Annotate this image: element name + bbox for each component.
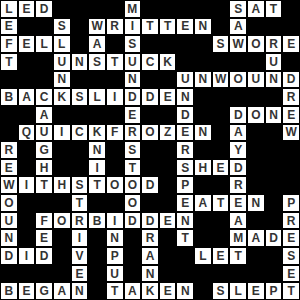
letter-cell-r3c4[interactable]: N (71, 53, 89, 71)
black-cell-r15c10 (176, 265, 194, 283)
letter-cell-r13c14[interactable]: A (247, 229, 265, 247)
letter-cell-r2c3[interactable]: L (53, 35, 71, 53)
letter-cell-r1c0[interactable]: E (0, 18, 18, 36)
black-cell-r9c8 (141, 159, 159, 177)
letter-cell-r16c4[interactable]: N (71, 282, 89, 300)
black-cell-r8c8 (141, 141, 159, 159)
letter-cell-r9c2[interactable]: H (35, 159, 53, 177)
black-cell-r15c14 (247, 265, 265, 283)
letter-cell-r10c7[interactable]: O (124, 176, 142, 194)
letter-cell-r6c16[interactable]: E (282, 106, 300, 124)
letter-cell-r10c5[interactable]: T (88, 176, 106, 194)
letter-cell-r5c10[interactable]: N (176, 88, 194, 106)
letter-cell-r5c6[interactable]: I (106, 88, 124, 106)
letter-cell-r5c7[interactable]: D (124, 88, 142, 106)
letter-cell-r6c13[interactable]: D (229, 106, 247, 124)
black-cell-r5c13 (229, 88, 247, 106)
letter-cell-r2c1[interactable]: E (18, 35, 36, 53)
letter-cell-r0c1[interactable]: E (18, 0, 36, 18)
black-cell-r15c2 (35, 265, 53, 283)
letter-cell-r11c11[interactable]: A (194, 194, 212, 212)
black-cell-r1c14 (247, 18, 265, 36)
letter-cell-r5c4[interactable]: S (71, 88, 89, 106)
letter-cell-r4c7[interactable]: N (124, 71, 142, 89)
black-cell-r0c12 (212, 0, 230, 18)
letter-cell-r16c1[interactable]: E (18, 282, 36, 300)
black-cell-r0c10 (176, 0, 194, 18)
letter-cell-r6c7[interactable]: E (124, 106, 142, 124)
letter-cell-r2c12[interactable]: S (212, 35, 230, 53)
black-cell-r14c14 (247, 247, 265, 265)
letter-cell-r6c15[interactable]: N (265, 106, 283, 124)
letter-cell-r16c3[interactable]: A (53, 282, 71, 300)
letter-cell-r1c5[interactable]: W (88, 18, 106, 36)
letter-cell-r0c13[interactable]: S (229, 0, 247, 18)
black-cell-r11c2 (35, 194, 53, 212)
letter-cell-r11c4[interactable]: T (71, 194, 89, 212)
letter-cell-r14c11[interactable]: L (194, 247, 212, 265)
letter-cell-r5c16[interactable]: R (282, 88, 300, 106)
letter-cell-r10c2[interactable]: T (35, 176, 53, 194)
black-cell-r4c4 (71, 71, 89, 89)
letter-cell-r2c7[interactable]: S (124, 35, 142, 53)
letter-cell-r7c7[interactable]: R (124, 124, 142, 142)
letter-cell-r5c1[interactable]: A (18, 88, 36, 106)
black-cell-r0c6 (106, 0, 124, 18)
letter-cell-r12c0[interactable]: U (0, 212, 18, 230)
letter-cell-r0c15[interactable]: T (265, 0, 283, 18)
black-cell-r11c5 (88, 194, 106, 212)
letter-cell-r8c13[interactable]: Y (229, 141, 247, 159)
letter-cell-r3c9[interactable]: K (159, 53, 177, 71)
letter-cell-r9c10[interactable]: S (176, 159, 194, 177)
black-cell-r11c8 (141, 194, 159, 212)
black-cell-r16c11 (194, 282, 212, 300)
black-cell-r8c12 (212, 141, 230, 159)
letter-cell-r8c5[interactable]: N (88, 141, 106, 159)
letter-cell-r2c0[interactable]: F (0, 35, 18, 53)
black-cell-r13c9 (159, 229, 177, 247)
black-cell-r6c0 (0, 106, 18, 124)
letter-cell-r2c15[interactable]: R (265, 35, 283, 53)
black-cell-r8c6 (106, 141, 124, 159)
black-cell-r2c10 (176, 35, 194, 53)
letter-cell-r5c9[interactable]: E (159, 88, 177, 106)
letter-cell-r16c10[interactable]: N (176, 282, 194, 300)
black-cell-r6c3 (53, 106, 71, 124)
black-cell-r7c12 (212, 124, 230, 142)
letter-cell-r12c4[interactable]: R (71, 212, 89, 230)
black-cell-r7c14 (247, 124, 265, 142)
letter-cell-r1c7[interactable]: I (124, 18, 142, 36)
letter-cell-r12c2[interactable]: F (35, 212, 53, 230)
letter-cell-r11c7[interactable]: O (124, 194, 142, 212)
letter-cell-r16c15[interactable]: P (265, 282, 283, 300)
black-cell-r13c1 (18, 229, 36, 247)
letter-cell-r1c8[interactable]: T (141, 18, 159, 36)
letter-cell-r4c14[interactable]: U (247, 71, 265, 89)
letter-cell-r4c16[interactable]: D (282, 71, 300, 89)
black-cell-r12c15 (265, 212, 283, 230)
black-cell-r5c12 (212, 88, 230, 106)
black-cell-r16c5 (88, 282, 106, 300)
black-cell-r3c2 (35, 53, 53, 71)
black-cell-r1c12 (212, 18, 230, 36)
letter-cell-r6c10[interactable]: D (176, 106, 194, 124)
black-cell-r3c16 (282, 53, 300, 71)
letter-cell-r11c0[interactable]: O (0, 194, 18, 212)
black-cell-r9c16 (282, 159, 300, 177)
letter-cell-r14c0[interactable]: D (0, 247, 18, 265)
black-cell-r3c13 (229, 53, 247, 71)
black-cell-r9c3 (53, 159, 71, 177)
letter-cell-r12c8[interactable]: D (141, 212, 159, 230)
letter-cell-r13c2[interactable]: E (35, 229, 53, 247)
letter-cell-r0c7[interactable]: M (124, 0, 142, 18)
letter-cell-r14c1[interactable]: I (18, 247, 36, 265)
letter-cell-r7c16[interactable]: W (282, 124, 300, 142)
letter-cell-r16c0[interactable]: B (0, 282, 18, 300)
letter-cell-r3c5[interactable]: S (88, 53, 106, 71)
letter-cell-r12c16[interactable]: R (282, 212, 300, 230)
black-cell-r4c0 (0, 71, 18, 89)
letter-cell-r14c16[interactable]: S (282, 247, 300, 265)
black-cell-r13c7 (124, 229, 142, 247)
black-cell-r8c3 (53, 141, 71, 159)
letter-cell-r16c13[interactable]: L (229, 282, 247, 300)
letter-cell-r9c5[interactable]: I (88, 159, 106, 177)
black-cell-r14c10 (176, 247, 194, 265)
letter-cell-r12c3[interactable]: O (53, 212, 71, 230)
black-cell-r9c1 (18, 159, 36, 177)
black-cell-r15c9 (159, 265, 177, 283)
black-cell-r8c11 (194, 141, 212, 159)
black-cell-r15c7 (124, 265, 142, 283)
letter-cell-r2c13[interactable]: W (229, 35, 247, 53)
black-cell-r3c14 (247, 53, 265, 71)
letter-cell-r0c14[interactable]: A (247, 0, 265, 18)
black-cell-r10c16 (282, 176, 300, 194)
letter-cell-r14c13[interactable]: T (229, 247, 247, 265)
black-cell-r14c5 (88, 247, 106, 265)
black-cell-r14c9 (159, 247, 177, 265)
letter-cell-r11c16[interactable]: P (282, 194, 300, 212)
letter-cell-r16c7[interactable]: A (124, 282, 142, 300)
letter-cell-r7c13[interactable]: A (229, 124, 247, 142)
letter-cell-r4c10[interactable]: U (176, 71, 194, 89)
black-cell-r12c12 (212, 212, 230, 230)
letter-cell-r4c15[interactable]: N (265, 71, 283, 89)
letter-cell-r3c6[interactable]: T (106, 53, 124, 71)
black-cell-r13c5 (88, 229, 106, 247)
black-cell-r10c9 (159, 176, 177, 194)
black-cell-r6c11 (194, 106, 212, 124)
black-cell-r10c12 (212, 176, 230, 194)
letter-cell-r9c0[interactable]: E (0, 159, 18, 177)
black-cell-r15c12 (212, 265, 230, 283)
crossword-grid: LEDMSATESWRITTENAFELLASSWORETUNSTUCKUNNU… (0, 0, 300, 300)
black-cell-r4c5 (88, 71, 106, 89)
letter-cell-r13c6[interactable]: N (106, 229, 124, 247)
letter-cell-r5c2[interactable]: C (35, 88, 53, 106)
letter-cell-r2c16[interactable]: E (282, 35, 300, 53)
black-cell-r0c9 (159, 0, 177, 18)
letter-cell-r11c14[interactable]: N (247, 194, 265, 212)
black-cell-r12c1 (18, 212, 36, 230)
black-cell-r0c5 (88, 0, 106, 18)
black-cell-r6c4 (71, 106, 89, 124)
black-cell-r2c9 (159, 35, 177, 53)
letter-cell-r11c12[interactable]: T (212, 194, 230, 212)
black-cell-r9c6 (106, 159, 124, 177)
letter-cell-r2c14[interactable]: O (247, 35, 265, 53)
letter-cell-r14c2[interactable]: D (35, 247, 53, 265)
black-cell-r4c1 (18, 71, 36, 89)
black-cell-r4c2 (35, 71, 53, 89)
letter-cell-r15c4[interactable]: E (71, 265, 89, 283)
black-cell-r0c11 (194, 0, 212, 18)
black-cell-r9c14 (247, 159, 265, 177)
black-cell-r15c13 (229, 265, 247, 283)
black-cell-r5c11 (194, 88, 212, 106)
black-cell-r3c11 (194, 53, 212, 71)
letter-cell-r4c12[interactable]: W (212, 71, 230, 89)
black-cell-r9c9 (159, 159, 177, 177)
letter-cell-r5c8[interactable]: D (141, 88, 159, 106)
letter-cell-r8c0[interactable]: R (0, 141, 18, 159)
letter-cell-r9c7[interactable]: T (124, 159, 142, 177)
black-cell-r15c3 (53, 265, 71, 283)
letter-cell-r6c14[interactable]: O (247, 106, 265, 124)
letter-cell-r16c6[interactable]: T (106, 282, 124, 300)
black-cell-r8c4 (71, 141, 89, 159)
letter-cell-r3c8[interactable]: C (141, 53, 159, 71)
black-cell-r9c15 (265, 159, 283, 177)
letter-cell-r10c13[interactable]: R (229, 176, 247, 194)
letter-cell-r10c1[interactable]: I (18, 176, 36, 194)
letter-cell-r15c8[interactable]: N (141, 265, 159, 283)
letter-cell-r12c9[interactable]: E (159, 212, 177, 230)
black-cell-r10c15 (265, 176, 283, 194)
letter-cell-r1c9[interactable]: T (159, 18, 177, 36)
letter-cell-r3c0[interactable]: T (0, 53, 18, 71)
black-cell-r0c3 (53, 0, 71, 18)
black-cell-r11c3 (53, 194, 71, 212)
letter-cell-r9c13[interactable]: D (229, 159, 247, 177)
black-cell-r0c8 (141, 0, 159, 18)
letter-cell-r4c3[interactable]: N (53, 71, 71, 89)
letter-cell-r8c2[interactable]: G (35, 141, 53, 159)
letter-cell-r6c2[interactable]: A (35, 106, 53, 124)
letter-cell-r5c5[interactable]: L (88, 88, 106, 106)
black-cell-r7c0 (0, 124, 18, 142)
black-cell-r11c15 (265, 194, 283, 212)
black-cell-r11c9 (159, 194, 177, 212)
letter-cell-r3c15[interactable]: U (265, 53, 283, 71)
letter-cell-r12c6[interactable]: I (106, 212, 124, 230)
black-cell-r7c15 (265, 124, 283, 142)
black-cell-r4c8 (141, 71, 159, 89)
black-cell-r14c3 (53, 247, 71, 265)
letter-cell-r14c6[interactable]: P (106, 247, 124, 265)
letter-cell-r1c6[interactable]: R (106, 18, 124, 36)
letter-cell-r0c0[interactable]: L (0, 0, 18, 18)
letter-cell-r0c2[interactable]: D (35, 0, 53, 18)
black-cell-r4c6 (106, 71, 124, 89)
letter-cell-r7c2[interactable]: U (35, 124, 53, 142)
black-cell-r1c2 (35, 18, 53, 36)
letter-cell-r15c16[interactable]: E (282, 265, 300, 283)
black-cell-r13c12 (212, 229, 230, 247)
letter-cell-r12c10[interactable]: N (176, 212, 194, 230)
letter-cell-r10c10[interactable]: P (176, 176, 194, 194)
letter-cell-r4c11[interactable]: N (194, 71, 212, 89)
letter-cell-r8c7[interactable]: S (124, 141, 142, 159)
letter-cell-r13c0[interactable]: N (0, 229, 18, 247)
letter-cell-r3c3[interactable]: U (53, 53, 71, 71)
letter-cell-r16c12[interactable]: S (212, 282, 230, 300)
black-cell-r1c1 (18, 18, 36, 36)
letter-cell-r2c5[interactable]: A (88, 35, 106, 53)
letter-cell-r14c12[interactable]: E (212, 247, 230, 265)
black-cell-r11c6 (106, 194, 124, 212)
black-cell-r2c11 (194, 35, 212, 53)
black-cell-r15c15 (265, 265, 283, 283)
black-cell-r8c14 (247, 141, 265, 159)
letter-cell-r5c3[interactable]: K (53, 88, 71, 106)
letter-cell-r1c11[interactable]: N (194, 18, 212, 36)
letter-cell-r11c13[interactable]: E (229, 194, 247, 212)
letter-cell-r15c6[interactable]: U (106, 265, 124, 283)
black-cell-r1c15 (265, 18, 283, 36)
letter-cell-r13c8[interactable]: R (141, 229, 159, 247)
black-cell-r10c14 (247, 176, 265, 194)
black-cell-r8c9 (159, 141, 177, 159)
letter-cell-r12c5[interactable]: B (88, 212, 106, 230)
black-cell-r13c11 (194, 229, 212, 247)
black-cell-r14c15 (265, 247, 283, 265)
letter-cell-r3c7[interactable]: U (124, 53, 142, 71)
letter-cell-r4c13[interactable]: O (229, 71, 247, 89)
letter-cell-r7c8[interactable]: O (141, 124, 159, 142)
black-cell-r6c6 (106, 106, 124, 124)
letter-cell-r13c10[interactable]: T (176, 229, 194, 247)
black-cell-r15c1 (18, 265, 36, 283)
letter-cell-r14c8[interactable]: A (141, 247, 159, 265)
black-cell-r15c11 (194, 265, 212, 283)
black-cell-r4c9 (159, 71, 177, 89)
letter-cell-r10c6[interactable]: O (106, 176, 124, 194)
letter-cell-r11c10[interactable]: E (176, 194, 194, 212)
letter-cell-r16c8[interactable]: K (141, 282, 159, 300)
black-cell-r3c12 (212, 53, 230, 71)
letter-cell-r10c3[interactable]: H (53, 176, 71, 194)
letter-cell-r7c3[interactable]: I (53, 124, 71, 142)
letter-cell-r7c11[interactable]: N (194, 124, 212, 142)
black-cell-r12c14 (247, 212, 265, 230)
letter-cell-r10c0[interactable]: W (0, 176, 18, 194)
letter-cell-r8c10[interactable]: R (176, 141, 194, 159)
letter-cell-r9c12[interactable]: E (212, 159, 230, 177)
black-cell-r5c14 (247, 88, 265, 106)
letter-cell-r7c5[interactable]: K (88, 124, 106, 142)
black-cell-r6c8 (141, 106, 159, 124)
letter-cell-r1c3[interactable]: S (53, 18, 71, 36)
black-cell-r5c15 (265, 88, 283, 106)
letter-cell-r7c9[interactable]: Z (159, 124, 177, 142)
letter-cell-r14c4[interactable]: V (71, 247, 89, 265)
letter-cell-r13c15[interactable]: D (265, 229, 283, 247)
letter-cell-r12c7[interactable]: D (124, 212, 142, 230)
letter-cell-r5c0[interactable]: B (0, 88, 18, 106)
black-cell-r6c1 (18, 106, 36, 124)
letter-cell-r7c4[interactable]: C (71, 124, 89, 142)
letter-cell-r10c8[interactable]: D (141, 176, 159, 194)
black-cell-r12c11 (194, 212, 212, 230)
black-cell-r8c15 (265, 141, 283, 159)
black-cell-r10c11 (194, 176, 212, 194)
black-cell-r0c4 (71, 0, 89, 18)
letter-cell-r1c13[interactable]: A (229, 18, 247, 36)
black-cell-r15c0 (0, 265, 18, 283)
black-cell-r2c8 (141, 35, 159, 53)
letter-cell-r7c10[interactable]: E (176, 124, 194, 142)
black-cell-r14c7 (124, 247, 142, 265)
black-cell-r1c16 (282, 18, 300, 36)
letter-cell-r13c4[interactable]: I (71, 229, 89, 247)
black-cell-r15c5 (88, 265, 106, 283)
black-cell-r9c4 (71, 159, 89, 177)
black-cell-r6c9 (159, 106, 177, 124)
black-cell-r2c6 (106, 35, 124, 53)
letter-cell-r13c13[interactable]: M (229, 229, 247, 247)
letter-cell-r7c1[interactable]: Q (18, 124, 36, 142)
letter-cell-r13c16[interactable]: E (282, 229, 300, 247)
black-cell-r2c4 (71, 35, 89, 53)
letter-cell-r2c2[interactable]: L (35, 35, 53, 53)
black-cell-r8c16 (282, 141, 300, 159)
letter-cell-r16c9[interactable]: E (159, 282, 177, 300)
letter-cell-r1c10[interactable]: E (176, 18, 194, 36)
black-cell-r6c12 (212, 106, 230, 124)
letter-cell-r9c11[interactable]: H (194, 159, 212, 177)
black-cell-r8c1 (18, 141, 36, 159)
letter-cell-r10c4[interactable]: S (71, 176, 89, 194)
black-cell-r3c1 (18, 53, 36, 71)
black-cell-r11c1 (18, 194, 36, 212)
letter-cell-r16c16[interactable]: T (282, 282, 300, 300)
letter-cell-r12c13[interactable]: A (229, 212, 247, 230)
black-cell-r3c10 (176, 53, 194, 71)
black-cell-r6c5 (88, 106, 106, 124)
letter-cell-r16c2[interactable]: G (35, 282, 53, 300)
letter-cell-r16c14[interactable]: E (247, 282, 265, 300)
black-cell-r0c16 (282, 0, 300, 18)
black-cell-r1c4 (71, 18, 89, 36)
letter-cell-r7c6[interactable]: F (106, 124, 124, 142)
black-cell-r13c3 (53, 229, 71, 247)
